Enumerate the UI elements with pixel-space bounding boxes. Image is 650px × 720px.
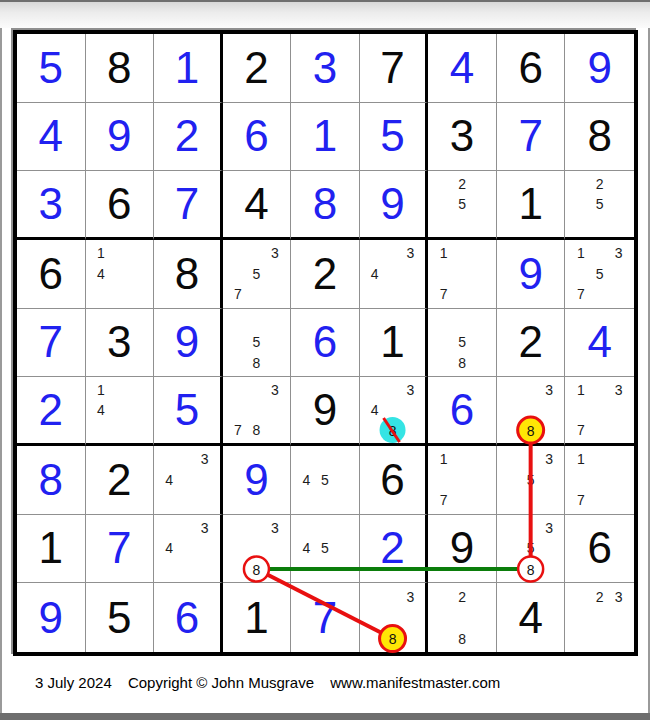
solved-digit: 9 — [313, 388, 337, 432]
pencil-mark: 2 — [590, 174, 609, 194]
cell-r9c3[interactable]: 6 — [154, 583, 223, 652]
pencil-mark: 7 — [571, 284, 590, 305]
cell-r1c5[interactable]: 3 — [291, 34, 360, 103]
cell-r9c9[interactable]: 23 — [565, 583, 634, 652]
pencil-mark: 3 — [196, 449, 214, 470]
pencil-mark: 3 — [609, 243, 628, 264]
solved-digit: 6 — [39, 252, 63, 296]
footer-date: 3 July 2024 — [35, 674, 112, 691]
solved-digit: 8 — [175, 252, 199, 296]
solved-digit: 7 — [175, 182, 199, 226]
cell-r6c6[interactable]: 348 — [360, 377, 429, 446]
solved-digit: 6 — [380, 458, 404, 502]
pencil-mark: 2 — [453, 174, 472, 194]
pencil-mark: 1 — [92, 380, 111, 400]
cell-r6c1[interactable]: 2 — [17, 377, 86, 446]
pencil-mark: 4 — [160, 538, 178, 559]
cell-r8c3[interactable]: 34 — [154, 515, 223, 584]
solved-digit: 3 — [107, 320, 131, 364]
cell-r6c2[interactable]: 14 — [86, 377, 155, 446]
cell-r4c9[interactable]: 1357 — [565, 240, 634, 309]
solved-digit: 2 — [380, 526, 404, 570]
cell-r5c4[interactable]: 58 — [223, 309, 292, 378]
cell-r4c2[interactable]: 14 — [86, 240, 155, 309]
pencil-mark: 5 — [247, 332, 266, 353]
pencil-mark: 8 — [453, 628, 472, 649]
cell-r7c6[interactable]: 6 — [360, 446, 429, 515]
cell-r1c7[interactable]: 4 — [428, 34, 497, 103]
cell-r5c2[interactable]: 3 — [86, 309, 155, 378]
pencil-mark: 8 — [453, 353, 472, 374]
pencil-mark: 1 — [434, 449, 453, 470]
cell-r7c2[interactable]: 2 — [86, 446, 155, 515]
pencil-mark: 5 — [316, 470, 335, 491]
solved-digit: 9 — [244, 458, 268, 502]
cell-r5c9[interactable]: 4 — [565, 309, 634, 378]
cell-r3c7[interactable]: 25 — [428, 171, 497, 240]
cell-r2c9[interactable]: 8 — [565, 103, 634, 172]
solved-digit: 1 — [175, 46, 199, 90]
pencil-mark: 7 — [229, 284, 248, 305]
pencil-mark: 1 — [571, 243, 590, 264]
bottom-bar — [0, 713, 650, 720]
solved-digit: 4 — [244, 182, 268, 226]
solved-digit: 1 — [39, 526, 63, 570]
sudoku-board: 5812374694926153783674892512561483572341… — [13, 30, 638, 656]
cell-r7c4[interactable]: 9 — [223, 446, 292, 515]
cell-r4c4[interactable]: 357 — [223, 240, 292, 309]
solved-digit: 6 — [518, 46, 542, 90]
cell-r6c3[interactable]: 5 — [154, 377, 223, 446]
pencil-mark: 2 — [453, 586, 472, 607]
cell-r7c3[interactable]: 34 — [154, 446, 223, 515]
cell-r9c7[interactable]: 28 — [428, 583, 497, 652]
pencil-mark: 5 — [521, 470, 540, 491]
pencil-mark: 4 — [92, 400, 111, 420]
cell-r4c3[interactable]: 8 — [154, 240, 223, 309]
pencil-mark: 3 — [540, 380, 559, 400]
solved-digit: 7 — [518, 114, 542, 158]
pencil-mark: 7 — [434, 284, 453, 305]
solved-digit: 2 — [313, 252, 337, 296]
cell-r8c6[interactable]: 2 — [360, 515, 429, 584]
solved-digit: 7 — [39, 320, 63, 364]
pencil-mark: 4 — [297, 470, 316, 491]
pencil-mark: 3 — [401, 380, 419, 400]
solved-digit: 9 — [450, 526, 474, 570]
pencil-mark: 4 — [92, 264, 111, 285]
cell-r2c8[interactable]: 7 — [497, 103, 566, 172]
solved-digit: 6 — [175, 596, 199, 640]
solved-digit: 4 — [450, 46, 474, 90]
cell-r3c4[interactable]: 4 — [223, 171, 292, 240]
cell-r2c6[interactable]: 5 — [360, 103, 429, 172]
solved-digit: 6 — [450, 388, 474, 432]
cell-r2c4[interactable]: 6 — [223, 103, 292, 172]
cell-r2c7[interactable]: 3 — [428, 103, 497, 172]
cell-r1c4[interactable]: 2 — [223, 34, 292, 103]
cell-r7c9[interactable]: 17 — [565, 446, 634, 515]
solved-digit: 1 — [244, 596, 268, 640]
solved-digit: 7 — [313, 596, 337, 640]
solved-digit: 3 — [313, 46, 337, 90]
solved-digit: 8 — [39, 458, 63, 502]
pencil-mark: 7 — [229, 420, 248, 440]
cell-r5c3[interactable]: 9 — [154, 309, 223, 378]
title-bar — [0, 0, 650, 28]
pencil-mark: 4 — [366, 400, 384, 420]
cell-r4c1[interactable]: 6 — [17, 240, 86, 309]
cell-r9c2[interactable]: 5 — [86, 583, 155, 652]
solved-digit: 2 — [175, 114, 199, 158]
pencil-mark: 3 — [609, 586, 628, 607]
pencil-mark: 7 — [571, 420, 590, 440]
pencil-mark: 8 — [384, 628, 402, 649]
pencil-mark: 8 — [247, 559, 266, 580]
cell-r4c8[interactable]: 9 — [497, 240, 566, 309]
cell-r1c9[interactable]: 9 — [565, 34, 634, 103]
pencil-mark: 8 — [521, 420, 540, 440]
solved-digit: 5 — [39, 46, 63, 90]
cell-r3c5[interactable]: 8 — [291, 171, 360, 240]
pencil-mark: 3 — [401, 243, 419, 264]
cell-r7c8[interactable]: 35 — [497, 446, 566, 515]
solved-digit: 9 — [107, 114, 131, 158]
cell-r2c3[interactable]: 2 — [154, 103, 223, 172]
pencil-mark: 3 — [540, 449, 559, 470]
cell-r2c1[interactable]: 4 — [17, 103, 86, 172]
solved-digit: 1 — [380, 320, 404, 364]
cell-r1c3[interactable]: 1 — [154, 34, 223, 103]
pencil-mark: 1 — [571, 449, 590, 470]
solved-digit: 5 — [175, 388, 199, 432]
solved-digit: 2 — [107, 458, 131, 502]
pencil-mark: 5 — [590, 194, 609, 214]
cell-r7c1[interactable]: 8 — [17, 446, 86, 515]
solved-digit: 1 — [313, 114, 337, 158]
solved-digit: 6 — [107, 182, 131, 226]
solved-digit: 6 — [313, 320, 337, 364]
solved-digit: 6 — [244, 114, 268, 158]
cell-r9c1[interactable]: 9 — [17, 583, 86, 652]
pencil-mark: 2 — [590, 586, 609, 607]
solved-digit: 3 — [450, 114, 474, 158]
cell-r2c2[interactable]: 9 — [86, 103, 155, 172]
solved-digit: 8 — [587, 114, 611, 158]
cell-r8c7[interactable]: 9 — [428, 515, 497, 584]
cell-r7c5[interactable]: 45 — [291, 446, 360, 515]
cell-r8c9[interactable]: 6 — [565, 515, 634, 584]
cell-r8c5[interactable]: 45 — [291, 515, 360, 584]
cell-r5c7[interactable]: 58 — [428, 309, 497, 378]
cell-r3c1[interactable]: 3 — [17, 171, 86, 240]
solved-digit: 8 — [107, 46, 131, 90]
cell-r6c8[interactable]: 38 — [497, 377, 566, 446]
cell-r6c4[interactable]: 378 — [223, 377, 292, 446]
cell-r9c4[interactable]: 1 — [223, 583, 292, 652]
cell-r8c8[interactable]: 358 — [497, 515, 566, 584]
cell-r3c9[interactable]: 25 — [565, 171, 634, 240]
pencil-mark: 5 — [247, 264, 266, 285]
pencil-mark: 3 — [196, 518, 214, 539]
pencil-mark: 3 — [401, 586, 419, 607]
solved-digit: 4 — [587, 320, 611, 364]
pencil-mark: 7 — [571, 490, 590, 511]
solved-digit: 2 — [244, 46, 268, 90]
pencil-mark: 7 — [434, 490, 453, 511]
pencil-mark: 4 — [297, 538, 316, 559]
cell-r4c5[interactable]: 2 — [291, 240, 360, 309]
cell-r3c6[interactable]: 9 — [360, 171, 429, 240]
cell-r1c1[interactable]: 5 — [17, 34, 86, 103]
cell-r5c5[interactable]: 6 — [291, 309, 360, 378]
solved-digit: 6 — [587, 526, 611, 570]
cell-r6c7[interactable]: 6 — [428, 377, 497, 446]
pencil-mark: 3 — [266, 518, 285, 539]
cell-r1c6[interactable]: 7 — [360, 34, 429, 103]
solved-digit: 4 — [518, 596, 542, 640]
footer: 3 July 2024 Copyright © John Musgrave ww… — [35, 674, 512, 691]
cell-r4c7[interactable]: 17 — [428, 240, 497, 309]
pencil-mark: 8 — [521, 559, 540, 580]
solved-digit: 9 — [380, 182, 404, 226]
solved-digit: 8 — [313, 182, 337, 226]
cell-r1c8[interactable]: 6 — [497, 34, 566, 103]
pencil-mark: 8 — [384, 420, 402, 440]
cell-r6c9[interactable]: 137 — [565, 377, 634, 446]
pencil-mark: 5 — [453, 332, 472, 353]
pencil-mark: 5 — [453, 194, 472, 214]
pencil-mark: 3 — [266, 380, 285, 400]
solved-digit: 9 — [587, 46, 611, 90]
solved-digit: 7 — [107, 526, 131, 570]
cell-r5c6[interactable]: 1 — [360, 309, 429, 378]
cell-r8c2[interactable]: 7 — [86, 515, 155, 584]
solved-digit: 2 — [39, 388, 63, 432]
cell-r3c3[interactable]: 7 — [154, 171, 223, 240]
pencil-mark: 3 — [609, 380, 628, 400]
solved-digit: 2 — [518, 320, 542, 364]
pencil-mark: 8 — [247, 353, 266, 374]
footer-copyright: Copyright © John Musgrave — [128, 674, 314, 691]
pencil-mark: 5 — [316, 538, 335, 559]
pencil-mark: 8 — [247, 420, 266, 440]
pencil-mark: 1 — [92, 243, 111, 264]
cell-r2c5[interactable]: 1 — [291, 103, 360, 172]
solved-digit: 4 — [39, 114, 63, 158]
cell-r9c8[interactable]: 4 — [497, 583, 566, 652]
pencil-mark: 4 — [366, 264, 384, 285]
solved-digit: 9 — [39, 596, 63, 640]
cell-r7c7[interactable]: 17 — [428, 446, 497, 515]
cell-r4c6[interactable]: 34 — [360, 240, 429, 309]
solved-digit: 9 — [175, 320, 199, 364]
pencil-mark: 3 — [266, 243, 285, 264]
solved-digit: 5 — [380, 114, 404, 158]
solved-digit: 9 — [518, 252, 542, 296]
pencil-mark: 5 — [521, 538, 540, 559]
cell-r8c1[interactable]: 1 — [17, 515, 86, 584]
pencil-mark: 4 — [160, 470, 178, 491]
cell-r5c1[interactable]: 7 — [17, 309, 86, 378]
cell-r5c8[interactable]: 2 — [497, 309, 566, 378]
solved-digit: 3 — [39, 182, 63, 226]
cell-r3c8[interactable]: 1 — [497, 171, 566, 240]
cell-r1c2[interactable]: 8 — [86, 34, 155, 103]
cell-r8c4[interactable]: 38 — [223, 515, 292, 584]
pencil-mark: 5 — [590, 264, 609, 285]
cell-r9c6[interactable]: 38 — [360, 583, 429, 652]
cell-r3c2[interactable]: 6 — [86, 171, 155, 240]
pencil-mark: 1 — [571, 380, 590, 400]
solved-digit: 1 — [518, 182, 542, 226]
cell-r6c5[interactable]: 9 — [291, 377, 360, 446]
cell-r9c5[interactable]: 7 — [291, 583, 360, 652]
solved-digit: 7 — [380, 46, 404, 90]
footer-website: www.manifestmaster.com — [330, 674, 500, 691]
pencil-mark: 1 — [434, 243, 453, 264]
pencil-mark: 3 — [540, 518, 559, 539]
solved-digit: 5 — [107, 596, 131, 640]
